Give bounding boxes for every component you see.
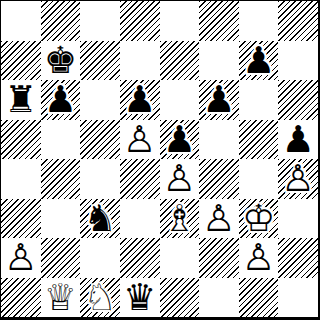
square-c8[interactable] [80, 1, 120, 41]
white-pawn-icon: ♙ [239, 238, 279, 278]
square-a8[interactable] [1, 1, 41, 41]
square-f8[interactable] [199, 1, 239, 41]
square-e8[interactable] [160, 1, 200, 41]
square-h1[interactable] [278, 278, 318, 318]
white-knight-icon: ♘ [80, 278, 120, 318]
square-b5[interactable] [41, 120, 81, 160]
square-h7[interactable] [278, 41, 318, 81]
square-e7[interactable] [160, 41, 200, 81]
white-queen-icon: ♕ [41, 278, 81, 318]
black-pawn-halo: ♟ [239, 41, 279, 81]
black-king-halo: ♚ [41, 41, 81, 81]
square-f7[interactable] [199, 41, 239, 81]
square-h2[interactable] [278, 238, 318, 278]
square-d3[interactable] [120, 199, 160, 239]
square-g4[interactable] [239, 159, 279, 199]
square-g7[interactable]: ♟♟ [239, 41, 279, 81]
black-pawn-icon: ♟ [278, 120, 318, 160]
square-g8[interactable] [239, 1, 279, 41]
white-bishop-halo: ♝ [160, 199, 200, 239]
white-pawn-halo: ♟ [160, 159, 200, 199]
square-c1[interactable]: ♞♘ [80, 278, 120, 318]
black-knight-halo: ♞ [80, 199, 120, 239]
black-pawn-halo: ♟ [199, 80, 239, 120]
square-d7[interactable] [120, 41, 160, 81]
square-d8[interactable] [120, 1, 160, 41]
square-d4[interactable] [120, 159, 160, 199]
square-b3[interactable] [41, 199, 81, 239]
square-c2[interactable] [80, 238, 120, 278]
square-h8[interactable] [278, 1, 318, 41]
black-pawn-icon: ♟ [160, 120, 200, 160]
square-h6[interactable] [278, 80, 318, 120]
black-pawn-icon: ♟ [199, 80, 239, 120]
square-b1[interactable]: ♛♕ [41, 278, 81, 318]
white-queen-halo: ♛ [41, 278, 81, 318]
chess-board-grid: ♚♚♟♟♜♜♟♟♟♟♟♟♟♙♟♟♟♟♟♙♟♙♞♞♝♗♟♙♚♔♟♙♟♙♛♕♞♘♛♛ [1, 1, 318, 317]
square-b4[interactable] [41, 159, 81, 199]
white-pawn-halo: ♟ [1, 238, 41, 278]
square-b6[interactable]: ♟♟ [41, 80, 81, 120]
black-queen-halo: ♛ [120, 278, 160, 318]
square-c5[interactable] [80, 120, 120, 160]
white-pawn-halo: ♟ [199, 199, 239, 239]
square-g1[interactable] [239, 278, 279, 318]
square-g6[interactable] [239, 80, 279, 120]
square-b2[interactable] [41, 238, 81, 278]
black-pawn-icon: ♟ [239, 41, 279, 81]
square-e3[interactable]: ♝♗ [160, 199, 200, 239]
square-f6[interactable]: ♟♟ [199, 80, 239, 120]
square-e5[interactable]: ♟♟ [160, 120, 200, 160]
black-pawn-icon: ♟ [120, 80, 160, 120]
black-pawn-halo: ♟ [41, 80, 81, 120]
square-e6[interactable] [160, 80, 200, 120]
square-h5[interactable]: ♟♟ [278, 120, 318, 160]
white-pawn-icon: ♙ [278, 159, 318, 199]
square-e1[interactable] [160, 278, 200, 318]
square-c6[interactable] [80, 80, 120, 120]
square-c3[interactable]: ♞♞ [80, 199, 120, 239]
square-b7[interactable]: ♚♚ [41, 41, 81, 81]
white-pawn-icon: ♙ [160, 159, 200, 199]
square-a3[interactable] [1, 199, 41, 239]
square-f4[interactable] [199, 159, 239, 199]
square-d2[interactable] [120, 238, 160, 278]
black-pawn-icon: ♟ [41, 80, 81, 120]
white-pawn-icon: ♙ [1, 238, 41, 278]
white-king-icon: ♔ [239, 199, 279, 239]
black-king-icon: ♚ [41, 41, 81, 81]
square-f5[interactable] [199, 120, 239, 160]
square-c4[interactable] [80, 159, 120, 199]
white-pawn-icon: ♙ [199, 199, 239, 239]
square-a1[interactable] [1, 278, 41, 318]
square-a4[interactable] [1, 159, 41, 199]
white-bishop-icon: ♗ [160, 199, 200, 239]
square-d5[interactable]: ♟♙ [120, 120, 160, 160]
white-pawn-halo: ♟ [239, 238, 279, 278]
chessboard-frame: ♚♚♟♟♜♜♟♟♟♟♟♟♟♙♟♟♟♟♟♙♟♙♞♞♝♗♟♙♚♔♟♙♟♙♛♕♞♘♛♛ [0, 0, 320, 320]
square-g2[interactable]: ♟♙ [239, 238, 279, 278]
black-pawn-halo: ♟ [160, 120, 200, 160]
square-a5[interactable] [1, 120, 41, 160]
square-e4[interactable]: ♟♙ [160, 159, 200, 199]
white-pawn-halo: ♟ [278, 159, 318, 199]
square-d1[interactable]: ♛♛ [120, 278, 160, 318]
square-a2[interactable]: ♟♙ [1, 238, 41, 278]
white-pawn-icon: ♙ [120, 120, 160, 160]
square-h4[interactable]: ♟♙ [278, 159, 318, 199]
square-c7[interactable] [80, 41, 120, 81]
square-f2[interactable] [199, 238, 239, 278]
white-king-halo: ♚ [239, 199, 279, 239]
square-g3[interactable]: ♚♔ [239, 199, 279, 239]
square-d6[interactable]: ♟♟ [120, 80, 160, 120]
black-rook-halo: ♜ [1, 80, 41, 120]
white-knight-halo: ♞ [80, 278, 120, 318]
black-rook-icon: ♜ [1, 80, 41, 120]
black-knight-icon: ♞ [80, 199, 120, 239]
square-a7[interactable] [1, 41, 41, 81]
black-queen-icon: ♛ [120, 278, 160, 318]
white-pawn-halo: ♟ [120, 120, 160, 160]
black-pawn-halo: ♟ [120, 80, 160, 120]
square-h3[interactable] [278, 199, 318, 239]
square-e2[interactable] [160, 238, 200, 278]
square-a6[interactable]: ♜♜ [1, 80, 41, 120]
square-f3[interactable]: ♟♙ [199, 199, 239, 239]
square-b8[interactable] [41, 1, 81, 41]
black-pawn-halo: ♟ [278, 120, 318, 160]
square-g5[interactable] [239, 120, 279, 160]
square-f1[interactable] [199, 278, 239, 318]
